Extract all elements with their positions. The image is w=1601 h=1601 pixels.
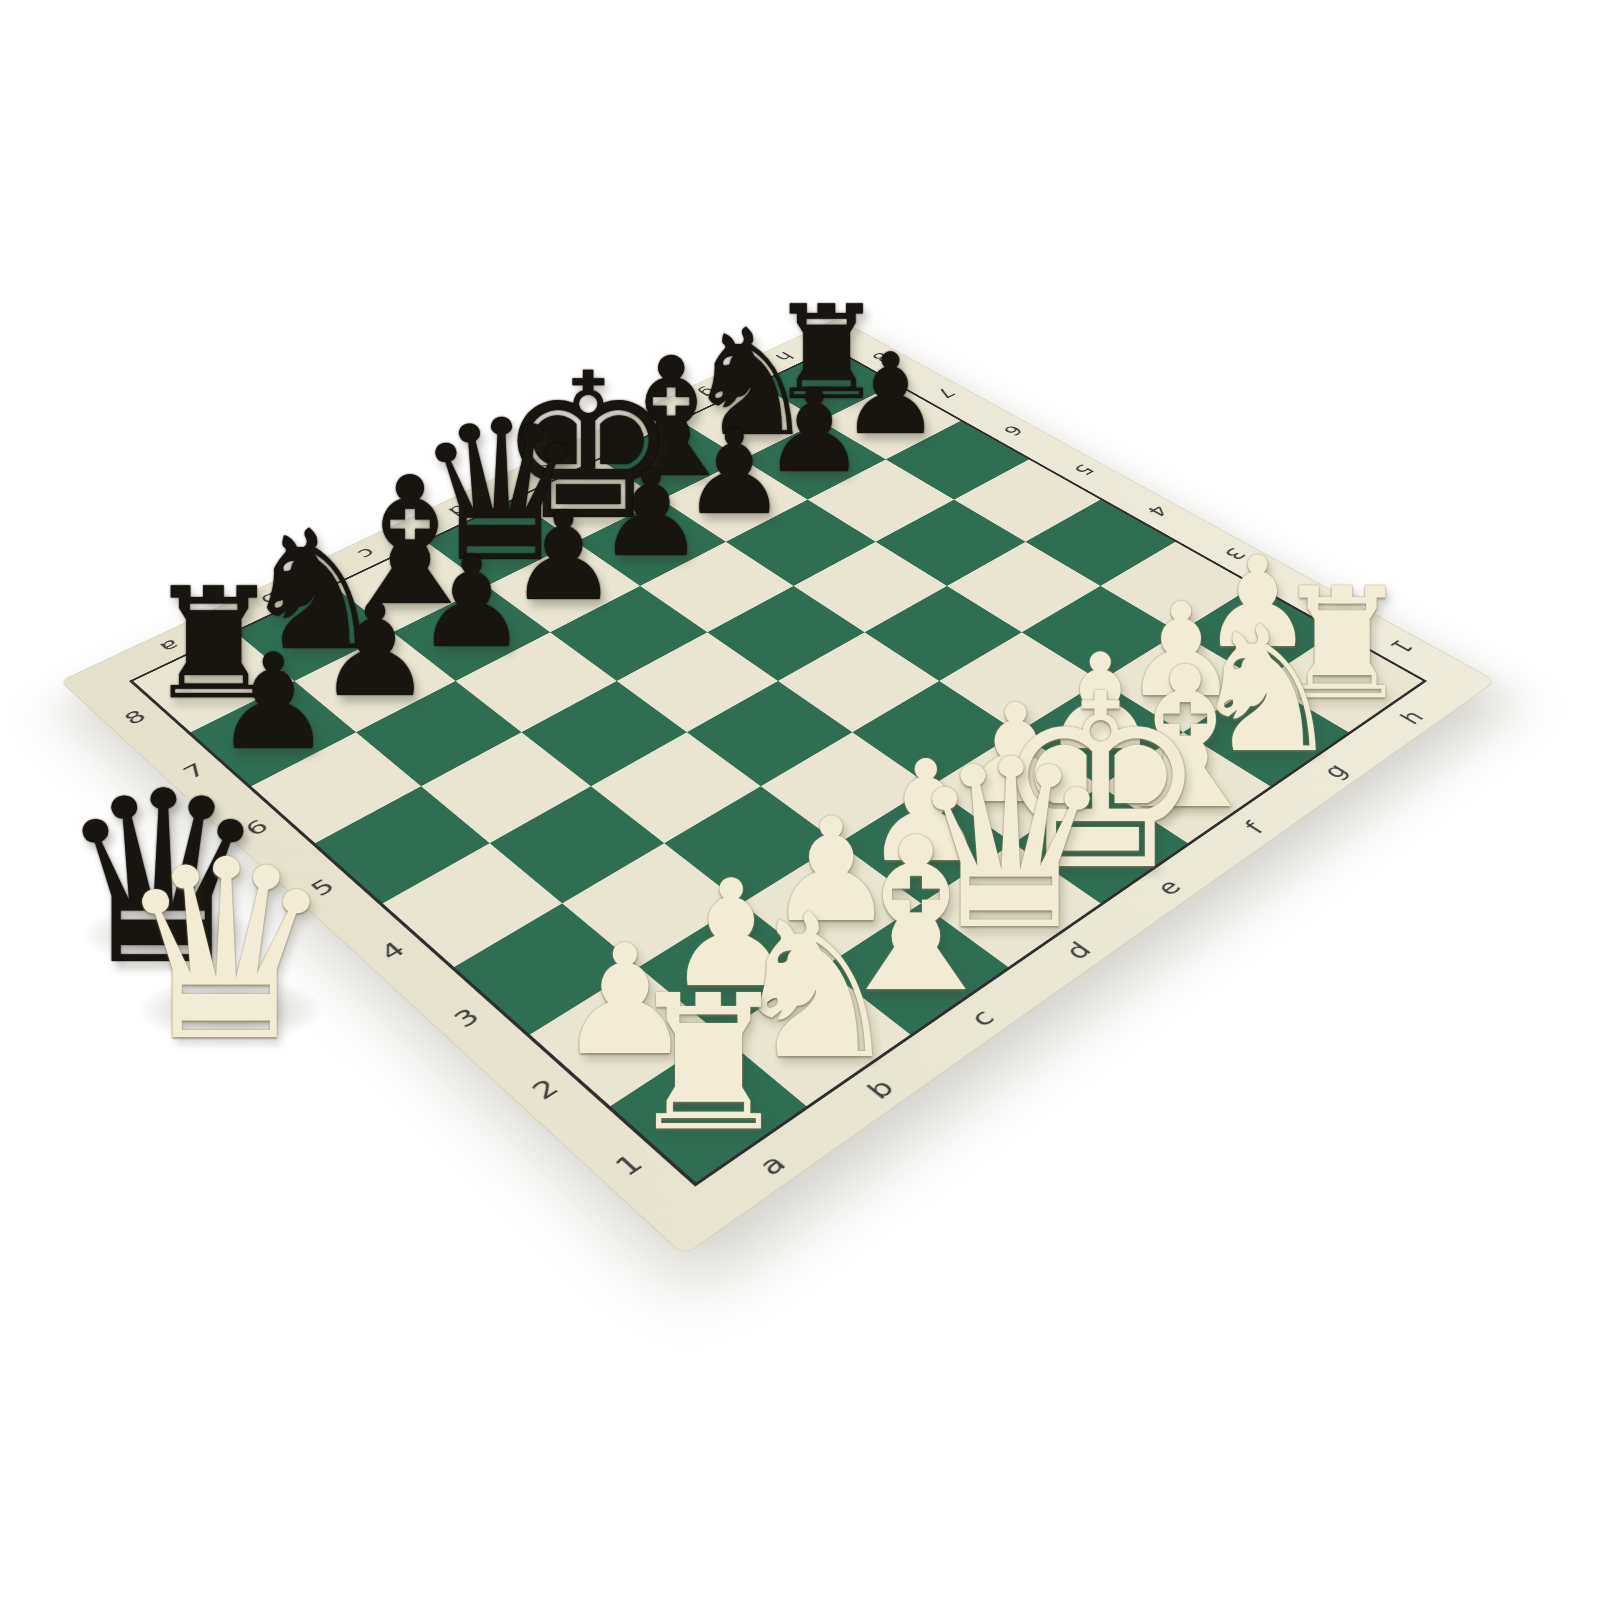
- rank-label-left-3: 3: [436, 996, 497, 1039]
- black-pawn-b7[interactable]: ♟: [317, 587, 433, 716]
- white-rook-a1[interactable]: ♜: [625, 971, 792, 1157]
- white-queen-offboard[interactable]: ♛: [115, 827, 337, 1075]
- rank-label-left-4: 4: [363, 931, 422, 972]
